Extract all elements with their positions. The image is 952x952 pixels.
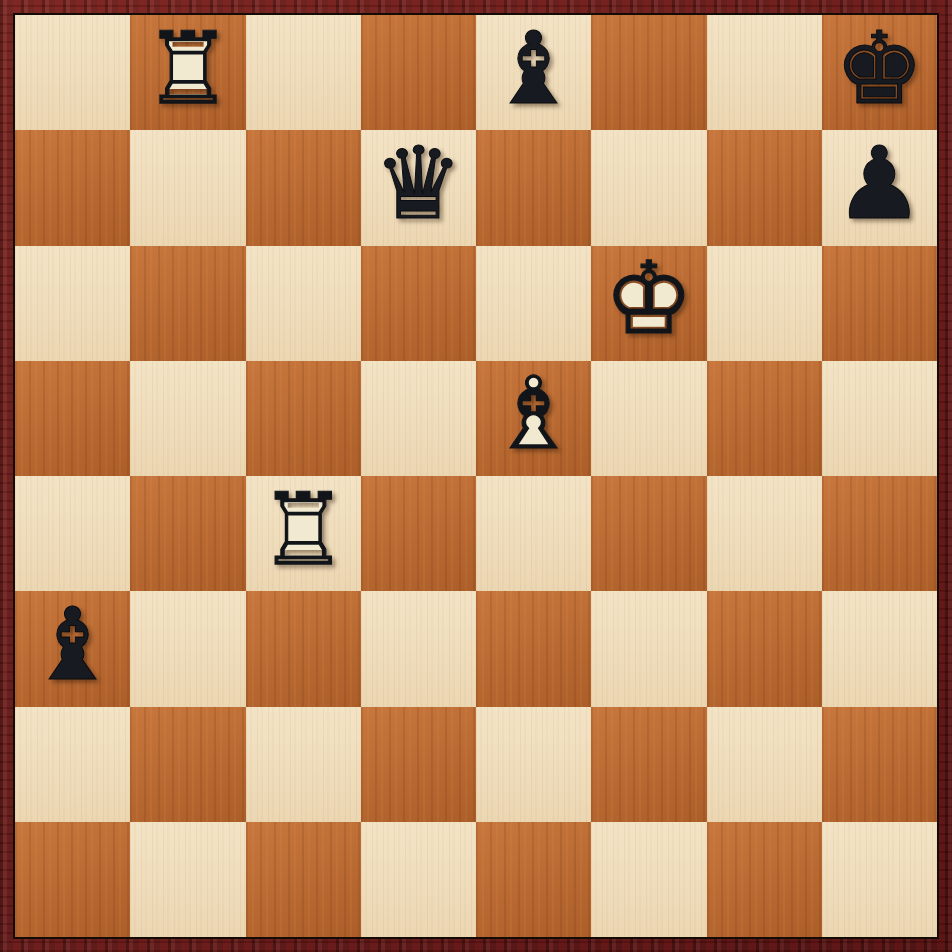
square-f7[interactable] [591, 130, 706, 245]
square-e1[interactable] [476, 822, 591, 937]
square-b6[interactable] [130, 246, 245, 361]
square-b8[interactable]: ♜♖ [130, 15, 245, 130]
square-c4[interactable]: ♜♖ [246, 476, 361, 591]
square-g4[interactable] [707, 476, 822, 591]
square-e7[interactable] [476, 130, 591, 245]
square-a7[interactable] [15, 130, 130, 245]
white-king-f6[interactable]: ♚♔ [591, 246, 706, 361]
black-pawn-glyph: ♟ [835, 134, 925, 234]
square-e4[interactable] [476, 476, 591, 591]
square-f1[interactable] [591, 822, 706, 937]
square-h8[interactable]: ♚ [822, 15, 937, 130]
square-h1[interactable] [822, 822, 937, 937]
square-e6[interactable] [476, 246, 591, 361]
square-d1[interactable] [361, 822, 476, 937]
square-b3[interactable] [130, 591, 245, 706]
square-a1[interactable] [15, 822, 130, 937]
square-d5[interactable] [361, 361, 476, 476]
white-rook-c4[interactable]: ♜♖ [246, 476, 361, 591]
square-f3[interactable] [591, 591, 706, 706]
white-rook-b8[interactable]: ♜♖ [130, 15, 245, 130]
square-h6[interactable] [822, 246, 937, 361]
square-c6[interactable] [246, 246, 361, 361]
square-g7[interactable] [707, 130, 822, 245]
white-bishop-e5[interactable]: ♝♗ [476, 361, 591, 476]
square-e2[interactable] [476, 707, 591, 822]
square-g2[interactable] [707, 707, 822, 822]
square-e8[interactable]: ♝ [476, 15, 591, 130]
square-f5[interactable] [591, 361, 706, 476]
square-d4[interactable] [361, 476, 476, 591]
square-f6[interactable]: ♚♔ [591, 246, 706, 361]
square-c2[interactable] [246, 707, 361, 822]
black-bishop-glyph: ♝ [28, 595, 118, 695]
square-g3[interactable] [707, 591, 822, 706]
square-h5[interactable] [822, 361, 937, 476]
square-d8[interactable] [361, 15, 476, 130]
square-f4[interactable] [591, 476, 706, 591]
square-h3[interactable] [822, 591, 937, 706]
board-frame: ♜♖♝♚♛♟♚♔♝♗♜♖♝ [0, 0, 952, 952]
square-f2[interactable] [591, 707, 706, 822]
black-bishop-a3[interactable]: ♝ [15, 591, 130, 706]
square-g8[interactable] [707, 15, 822, 130]
square-e5[interactable]: ♝♗ [476, 361, 591, 476]
white-rook-outline-glyph: ♖ [143, 19, 233, 119]
black-bishop-glyph: ♝ [489, 19, 579, 119]
black-king-h8[interactable]: ♚ [822, 15, 937, 130]
square-b2[interactable] [130, 707, 245, 822]
square-a3[interactable]: ♝ [15, 591, 130, 706]
square-e3[interactable] [476, 591, 591, 706]
square-b1[interactable] [130, 822, 245, 937]
square-b4[interactable] [130, 476, 245, 591]
square-f8[interactable] [591, 15, 706, 130]
white-king-outline-glyph: ♔ [604, 249, 694, 349]
square-g1[interactable] [707, 822, 822, 937]
square-a8[interactable] [15, 15, 130, 130]
square-a5[interactable] [15, 361, 130, 476]
square-g5[interactable] [707, 361, 822, 476]
square-g6[interactable] [707, 246, 822, 361]
square-d6[interactable] [361, 246, 476, 361]
square-h2[interactable] [822, 707, 937, 822]
square-d7[interactable]: ♛ [361, 130, 476, 245]
white-bishop-outline-glyph: ♗ [489, 364, 579, 464]
square-a2[interactable] [15, 707, 130, 822]
black-bishop-e8[interactable]: ♝ [476, 15, 591, 130]
square-b5[interactable] [130, 361, 245, 476]
white-rook-outline-glyph: ♖ [258, 480, 348, 580]
square-b7[interactable] [130, 130, 245, 245]
square-c7[interactable] [246, 130, 361, 245]
square-c1[interactable] [246, 822, 361, 937]
chess-board: ♜♖♝♚♛♟♚♔♝♗♜♖♝ [13, 13, 939, 939]
square-a4[interactable] [15, 476, 130, 591]
black-queen-d7[interactable]: ♛ [361, 130, 476, 245]
square-h4[interactable] [822, 476, 937, 591]
square-c5[interactable] [246, 361, 361, 476]
black-queen-glyph: ♛ [374, 134, 464, 234]
square-a6[interactable] [15, 246, 130, 361]
square-d2[interactable] [361, 707, 476, 822]
black-king-glyph: ♚ [835, 19, 925, 119]
square-c3[interactable] [246, 591, 361, 706]
black-pawn-h7[interactable]: ♟ [822, 130, 937, 245]
square-h7[interactable]: ♟ [822, 130, 937, 245]
square-d3[interactable] [361, 591, 476, 706]
square-c8[interactable] [246, 15, 361, 130]
